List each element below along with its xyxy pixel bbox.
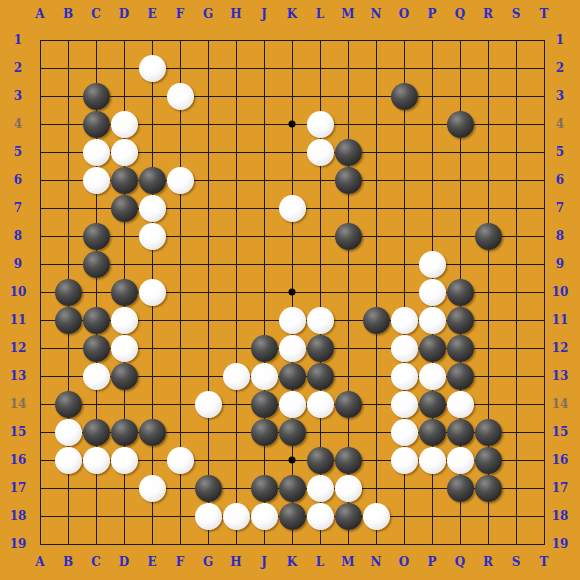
intersection-C4[interactable]	[82, 110, 110, 138]
intersection-C10[interactable]	[82, 278, 110, 306]
intersection-K6[interactable]	[278, 166, 306, 194]
intersection-O6[interactable]	[390, 166, 418, 194]
intersection-A11[interactable]	[26, 306, 54, 334]
intersection-Q8[interactable]	[446, 222, 474, 250]
intersection-C1[interactable]	[82, 26, 110, 54]
intersection-G15[interactable]	[194, 418, 222, 446]
intersection-R17[interactable]	[474, 474, 502, 502]
intersection-M19[interactable]	[334, 530, 362, 558]
intersection-J11[interactable]	[250, 306, 278, 334]
intersection-L11[interactable]	[306, 306, 334, 334]
intersection-B15[interactable]	[54, 418, 82, 446]
intersection-O10[interactable]	[390, 278, 418, 306]
intersection-R15[interactable]	[474, 418, 502, 446]
intersection-F9[interactable]	[166, 250, 194, 278]
intersection-P16[interactable]	[418, 446, 446, 474]
intersection-E14[interactable]	[138, 390, 166, 418]
intersection-O14[interactable]	[390, 390, 418, 418]
intersection-H16[interactable]	[222, 446, 250, 474]
intersection-A4[interactable]	[26, 110, 54, 138]
intersection-G9[interactable]	[194, 250, 222, 278]
intersection-R18[interactable]	[474, 502, 502, 530]
intersection-P12[interactable]	[418, 334, 446, 362]
intersection-L17[interactable]	[306, 474, 334, 502]
intersection-M12[interactable]	[334, 334, 362, 362]
intersection-B5[interactable]	[54, 138, 82, 166]
intersection-R4[interactable]	[474, 110, 502, 138]
intersection-C5[interactable]	[82, 138, 110, 166]
intersection-G6[interactable]	[194, 166, 222, 194]
intersection-M13[interactable]	[334, 362, 362, 390]
intersection-B16[interactable]	[54, 446, 82, 474]
intersection-O2[interactable]	[390, 54, 418, 82]
intersection-M1[interactable]	[334, 26, 362, 54]
intersection-O19[interactable]	[390, 530, 418, 558]
intersection-E2[interactable]	[138, 54, 166, 82]
intersection-A15[interactable]	[26, 418, 54, 446]
intersection-D4[interactable]	[110, 110, 138, 138]
intersection-N19[interactable]	[362, 530, 390, 558]
intersection-R19[interactable]	[474, 530, 502, 558]
intersection-S10[interactable]	[502, 278, 530, 306]
intersection-Q13[interactable]	[446, 362, 474, 390]
intersection-D10[interactable]	[110, 278, 138, 306]
intersection-E16[interactable]	[138, 446, 166, 474]
intersection-T2[interactable]	[530, 54, 558, 82]
intersection-O8[interactable]	[390, 222, 418, 250]
intersection-T3[interactable]	[530, 82, 558, 110]
intersection-T8[interactable]	[530, 222, 558, 250]
intersection-C16[interactable]	[82, 446, 110, 474]
intersection-P2[interactable]	[418, 54, 446, 82]
intersection-J12[interactable]	[250, 334, 278, 362]
intersection-L1[interactable]	[306, 26, 334, 54]
intersection-Q1[interactable]	[446, 26, 474, 54]
intersection-R12[interactable]	[474, 334, 502, 362]
intersection-N2[interactable]	[362, 54, 390, 82]
intersection-E6[interactable]	[138, 166, 166, 194]
intersection-K19[interactable]	[278, 530, 306, 558]
intersection-R16[interactable]	[474, 446, 502, 474]
intersection-M4[interactable]	[334, 110, 362, 138]
intersection-J19[interactable]	[250, 530, 278, 558]
intersection-S18[interactable]	[502, 502, 530, 530]
intersection-N9[interactable]	[362, 250, 390, 278]
intersection-F3[interactable]	[166, 82, 194, 110]
intersection-S16[interactable]	[502, 446, 530, 474]
intersection-G5[interactable]	[194, 138, 222, 166]
intersection-Q2[interactable]	[446, 54, 474, 82]
intersection-R8[interactable]	[474, 222, 502, 250]
intersection-R1[interactable]	[474, 26, 502, 54]
intersection-J14[interactable]	[250, 390, 278, 418]
intersection-D13[interactable]	[110, 362, 138, 390]
intersection-K1[interactable]	[278, 26, 306, 54]
intersection-D12[interactable]	[110, 334, 138, 362]
intersection-A6[interactable]	[26, 166, 54, 194]
intersection-C12[interactable]	[82, 334, 110, 362]
intersection-H8[interactable]	[222, 222, 250, 250]
intersection-L5[interactable]	[306, 138, 334, 166]
intersection-F7[interactable]	[166, 194, 194, 222]
intersection-J2[interactable]	[250, 54, 278, 82]
intersection-S12[interactable]	[502, 334, 530, 362]
intersection-A7[interactable]	[26, 194, 54, 222]
intersection-L6[interactable]	[306, 166, 334, 194]
intersection-A16[interactable]	[26, 446, 54, 474]
intersection-O5[interactable]	[390, 138, 418, 166]
intersection-A3[interactable]	[26, 82, 54, 110]
intersection-R7[interactable]	[474, 194, 502, 222]
intersection-C13[interactable]	[82, 362, 110, 390]
intersection-K16[interactable]	[278, 446, 306, 474]
intersection-C17[interactable]	[82, 474, 110, 502]
intersection-M17[interactable]	[334, 474, 362, 502]
intersection-S11[interactable]	[502, 306, 530, 334]
intersection-K3[interactable]	[278, 82, 306, 110]
intersection-J18[interactable]	[250, 502, 278, 530]
intersection-S13[interactable]	[502, 362, 530, 390]
intersection-L19[interactable]	[306, 530, 334, 558]
intersection-J8[interactable]	[250, 222, 278, 250]
intersection-T6[interactable]	[530, 166, 558, 194]
intersection-O11[interactable]	[390, 306, 418, 334]
intersection-Q7[interactable]	[446, 194, 474, 222]
intersection-N14[interactable]	[362, 390, 390, 418]
intersection-B1[interactable]	[54, 26, 82, 54]
intersection-E12[interactable]	[138, 334, 166, 362]
intersection-G4[interactable]	[194, 110, 222, 138]
intersection-K15[interactable]	[278, 418, 306, 446]
intersection-N16[interactable]	[362, 446, 390, 474]
intersection-C19[interactable]	[82, 530, 110, 558]
intersection-S19[interactable]	[502, 530, 530, 558]
intersection-H11[interactable]	[222, 306, 250, 334]
intersection-L3[interactable]	[306, 82, 334, 110]
intersection-D6[interactable]	[110, 166, 138, 194]
intersection-B18[interactable]	[54, 502, 82, 530]
intersection-B2[interactable]	[54, 54, 82, 82]
intersection-A1[interactable]	[26, 26, 54, 54]
intersection-N18[interactable]	[362, 502, 390, 530]
intersection-M6[interactable]	[334, 166, 362, 194]
intersection-D3[interactable]	[110, 82, 138, 110]
intersection-S1[interactable]	[502, 26, 530, 54]
intersection-R14[interactable]	[474, 390, 502, 418]
intersection-B19[interactable]	[54, 530, 82, 558]
intersection-E8[interactable]	[138, 222, 166, 250]
intersection-P4[interactable]	[418, 110, 446, 138]
intersection-H13[interactable]	[222, 362, 250, 390]
intersection-B6[interactable]	[54, 166, 82, 194]
intersection-A13[interactable]	[26, 362, 54, 390]
intersection-E3[interactable]	[138, 82, 166, 110]
intersection-K12[interactable]	[278, 334, 306, 362]
intersection-K14[interactable]	[278, 390, 306, 418]
intersection-L7[interactable]	[306, 194, 334, 222]
intersection-G12[interactable]	[194, 334, 222, 362]
intersection-G10[interactable]	[194, 278, 222, 306]
intersection-F14[interactable]	[166, 390, 194, 418]
intersection-T9[interactable]	[530, 250, 558, 278]
intersection-M16[interactable]	[334, 446, 362, 474]
intersection-P15[interactable]	[418, 418, 446, 446]
intersection-M15[interactable]	[334, 418, 362, 446]
intersection-B9[interactable]	[54, 250, 82, 278]
intersection-J13[interactable]	[250, 362, 278, 390]
intersection-C7[interactable]	[82, 194, 110, 222]
intersection-N17[interactable]	[362, 474, 390, 502]
intersection-J9[interactable]	[250, 250, 278, 278]
intersection-S6[interactable]	[502, 166, 530, 194]
intersection-H18[interactable]	[222, 502, 250, 530]
intersection-O4[interactable]	[390, 110, 418, 138]
intersection-F13[interactable]	[166, 362, 194, 390]
intersection-A9[interactable]	[26, 250, 54, 278]
intersection-D14[interactable]	[110, 390, 138, 418]
intersection-K2[interactable]	[278, 54, 306, 82]
intersection-N6[interactable]	[362, 166, 390, 194]
intersection-L14[interactable]	[306, 390, 334, 418]
intersection-E13[interactable]	[138, 362, 166, 390]
intersection-M14[interactable]	[334, 390, 362, 418]
intersection-B3[interactable]	[54, 82, 82, 110]
intersection-S3[interactable]	[502, 82, 530, 110]
intersection-E7[interactable]	[138, 194, 166, 222]
intersection-B4[interactable]	[54, 110, 82, 138]
intersection-O18[interactable]	[390, 502, 418, 530]
intersection-L4[interactable]	[306, 110, 334, 138]
intersection-S7[interactable]	[502, 194, 530, 222]
intersection-E19[interactable]	[138, 530, 166, 558]
intersection-T1[interactable]	[530, 26, 558, 54]
intersection-Q19[interactable]	[446, 530, 474, 558]
intersection-A14[interactable]	[26, 390, 54, 418]
intersection-A18[interactable]	[26, 502, 54, 530]
intersection-F16[interactable]	[166, 446, 194, 474]
intersection-M10[interactable]	[334, 278, 362, 306]
intersection-J6[interactable]	[250, 166, 278, 194]
intersection-D8[interactable]	[110, 222, 138, 250]
intersection-Q18[interactable]	[446, 502, 474, 530]
intersection-T4[interactable]	[530, 110, 558, 138]
intersection-S4[interactable]	[502, 110, 530, 138]
intersection-G18[interactable]	[194, 502, 222, 530]
intersection-R3[interactable]	[474, 82, 502, 110]
intersection-F10[interactable]	[166, 278, 194, 306]
intersection-K17[interactable]	[278, 474, 306, 502]
intersection-P3[interactable]	[418, 82, 446, 110]
intersection-A8[interactable]	[26, 222, 54, 250]
intersection-C18[interactable]	[82, 502, 110, 530]
intersection-D18[interactable]	[110, 502, 138, 530]
intersection-G17[interactable]	[194, 474, 222, 502]
intersection-K9[interactable]	[278, 250, 306, 278]
intersection-M9[interactable]	[334, 250, 362, 278]
intersection-J7[interactable]	[250, 194, 278, 222]
intersection-H17[interactable]	[222, 474, 250, 502]
intersection-R2[interactable]	[474, 54, 502, 82]
intersection-J4[interactable]	[250, 110, 278, 138]
intersection-H14[interactable]	[222, 390, 250, 418]
intersection-S17[interactable]	[502, 474, 530, 502]
intersection-G1[interactable]	[194, 26, 222, 54]
intersection-C6[interactable]	[82, 166, 110, 194]
intersection-D16[interactable]	[110, 446, 138, 474]
intersection-D7[interactable]	[110, 194, 138, 222]
intersection-B7[interactable]	[54, 194, 82, 222]
intersection-G16[interactable]	[194, 446, 222, 474]
intersection-P8[interactable]	[418, 222, 446, 250]
intersection-N13[interactable]	[362, 362, 390, 390]
intersection-H6[interactable]	[222, 166, 250, 194]
intersection-N4[interactable]	[362, 110, 390, 138]
intersection-S9[interactable]	[502, 250, 530, 278]
intersection-H7[interactable]	[222, 194, 250, 222]
intersection-H4[interactable]	[222, 110, 250, 138]
intersection-P19[interactable]	[418, 530, 446, 558]
intersection-H2[interactable]	[222, 54, 250, 82]
intersection-N5[interactable]	[362, 138, 390, 166]
intersection-B8[interactable]	[54, 222, 82, 250]
intersection-Q9[interactable]	[446, 250, 474, 278]
intersection-C14[interactable]	[82, 390, 110, 418]
intersection-H1[interactable]	[222, 26, 250, 54]
intersection-S2[interactable]	[502, 54, 530, 82]
intersection-P13[interactable]	[418, 362, 446, 390]
intersection-L16[interactable]	[306, 446, 334, 474]
intersection-G8[interactable]	[194, 222, 222, 250]
intersection-C15[interactable]	[82, 418, 110, 446]
intersection-N1[interactable]	[362, 26, 390, 54]
intersection-E9[interactable]	[138, 250, 166, 278]
intersection-A19[interactable]	[26, 530, 54, 558]
intersection-N10[interactable]	[362, 278, 390, 306]
intersection-P11[interactable]	[418, 306, 446, 334]
intersection-F11[interactable]	[166, 306, 194, 334]
intersection-M2[interactable]	[334, 54, 362, 82]
intersection-E5[interactable]	[138, 138, 166, 166]
intersection-P1[interactable]	[418, 26, 446, 54]
intersection-C3[interactable]	[82, 82, 110, 110]
intersection-Q17[interactable]	[446, 474, 474, 502]
intersection-P10[interactable]	[418, 278, 446, 306]
intersection-P5[interactable]	[418, 138, 446, 166]
intersection-O1[interactable]	[390, 26, 418, 54]
intersection-A12[interactable]	[26, 334, 54, 362]
intersection-R13[interactable]	[474, 362, 502, 390]
intersection-B13[interactable]	[54, 362, 82, 390]
intersection-F17[interactable]	[166, 474, 194, 502]
intersection-C2[interactable]	[82, 54, 110, 82]
intersection-E17[interactable]	[138, 474, 166, 502]
intersection-H15[interactable]	[222, 418, 250, 446]
intersection-C9[interactable]	[82, 250, 110, 278]
intersection-D11[interactable]	[110, 306, 138, 334]
intersection-N7[interactable]	[362, 194, 390, 222]
intersection-Q10[interactable]	[446, 278, 474, 306]
intersection-H12[interactable]	[222, 334, 250, 362]
intersection-C11[interactable]	[82, 306, 110, 334]
intersection-L9[interactable]	[306, 250, 334, 278]
intersection-E11[interactable]	[138, 306, 166, 334]
intersection-P18[interactable]	[418, 502, 446, 530]
intersection-G7[interactable]	[194, 194, 222, 222]
intersection-P9[interactable]	[418, 250, 446, 278]
intersection-N15[interactable]	[362, 418, 390, 446]
intersection-K18[interactable]	[278, 502, 306, 530]
intersection-F1[interactable]	[166, 26, 194, 54]
intersection-G3[interactable]	[194, 82, 222, 110]
intersection-K11[interactable]	[278, 306, 306, 334]
intersection-F6[interactable]	[166, 166, 194, 194]
intersection-E15[interactable]	[138, 418, 166, 446]
intersection-L18[interactable]	[306, 502, 334, 530]
intersection-O16[interactable]	[390, 446, 418, 474]
intersection-H19[interactable]	[222, 530, 250, 558]
intersection-H10[interactable]	[222, 278, 250, 306]
intersection-P7[interactable]	[418, 194, 446, 222]
intersection-A5[interactable]	[26, 138, 54, 166]
intersection-S14[interactable]	[502, 390, 530, 418]
intersection-J10[interactable]	[250, 278, 278, 306]
intersection-L13[interactable]	[306, 362, 334, 390]
intersection-D9[interactable]	[110, 250, 138, 278]
intersection-T5[interactable]	[530, 138, 558, 166]
intersection-H5[interactable]	[222, 138, 250, 166]
intersection-F8[interactable]	[166, 222, 194, 250]
intersection-B14[interactable]	[54, 390, 82, 418]
intersection-L8[interactable]	[306, 222, 334, 250]
intersection-B12[interactable]	[54, 334, 82, 362]
intersection-Q16[interactable]	[446, 446, 474, 474]
intersection-H3[interactable]	[222, 82, 250, 110]
intersection-O7[interactable]	[390, 194, 418, 222]
intersection-Q15[interactable]	[446, 418, 474, 446]
intersection-R9[interactable]	[474, 250, 502, 278]
intersection-L15[interactable]	[306, 418, 334, 446]
intersection-E4[interactable]	[138, 110, 166, 138]
intersection-G11[interactable]	[194, 306, 222, 334]
intersection-K8[interactable]	[278, 222, 306, 250]
intersection-O9[interactable]	[390, 250, 418, 278]
intersection-N3[interactable]	[362, 82, 390, 110]
intersection-H9[interactable]	[222, 250, 250, 278]
intersection-T7[interactable]	[530, 194, 558, 222]
intersection-M8[interactable]	[334, 222, 362, 250]
intersection-J16[interactable]	[250, 446, 278, 474]
intersection-J17[interactable]	[250, 474, 278, 502]
intersection-P6[interactable]	[418, 166, 446, 194]
intersection-K7[interactable]	[278, 194, 306, 222]
intersection-S8[interactable]	[502, 222, 530, 250]
intersection-E10[interactable]	[138, 278, 166, 306]
intersection-F5[interactable]	[166, 138, 194, 166]
intersection-Q11[interactable]	[446, 306, 474, 334]
intersection-R6[interactable]	[474, 166, 502, 194]
intersection-C8[interactable]	[82, 222, 110, 250]
intersection-O13[interactable]	[390, 362, 418, 390]
intersection-O3[interactable]	[390, 82, 418, 110]
intersection-M5[interactable]	[334, 138, 362, 166]
intersection-K5[interactable]	[278, 138, 306, 166]
intersection-L2[interactable]	[306, 54, 334, 82]
intersection-D2[interactable]	[110, 54, 138, 82]
intersection-G14[interactable]	[194, 390, 222, 418]
intersection-J3[interactable]	[250, 82, 278, 110]
intersection-F19[interactable]	[166, 530, 194, 558]
intersection-A10[interactable]	[26, 278, 54, 306]
